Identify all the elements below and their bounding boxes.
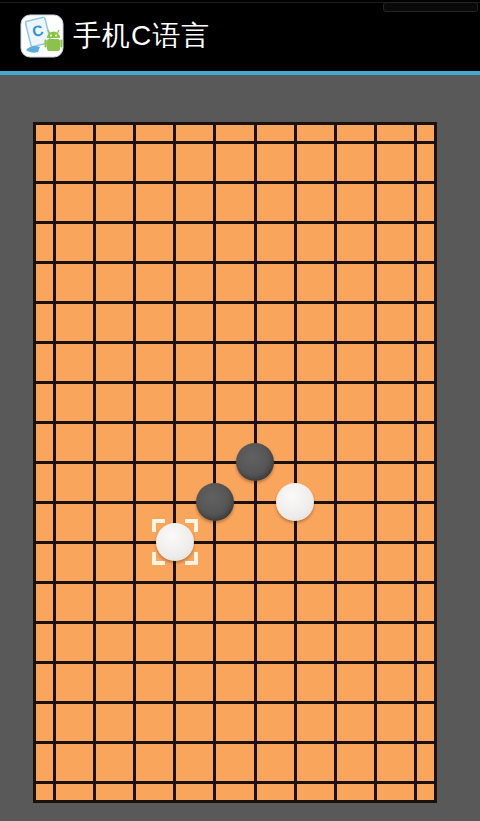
grid-line-horizontal bbox=[36, 141, 434, 144]
grid-line-horizontal bbox=[36, 781, 434, 784]
stone-white bbox=[276, 483, 314, 521]
app-icon: C bbox=[20, 14, 64, 58]
page-title: 手机C语言 bbox=[73, 0, 210, 71]
stone-white bbox=[156, 523, 194, 561]
status-bar-notch bbox=[383, 2, 478, 12]
grid-line-horizontal bbox=[36, 381, 434, 384]
grid-line-horizontal bbox=[36, 421, 434, 424]
gomoku-board[interactable] bbox=[33, 122, 437, 803]
grid-line-horizontal bbox=[36, 181, 434, 184]
grid-line-horizontal bbox=[36, 341, 434, 344]
grid-line-horizontal bbox=[36, 301, 434, 304]
title-bar-divider bbox=[0, 71, 480, 75]
grid-line-horizontal bbox=[36, 461, 434, 464]
grid-line-horizontal bbox=[36, 581, 434, 584]
title-bar: C 手机C语言 bbox=[0, 0, 480, 71]
grid-line-horizontal bbox=[36, 261, 434, 264]
grid-line-horizontal bbox=[36, 701, 434, 704]
grid-line-horizontal bbox=[36, 501, 434, 504]
stone-black bbox=[236, 443, 274, 481]
stone-black bbox=[196, 483, 234, 521]
grid-line-horizontal bbox=[36, 621, 434, 624]
grid-line-horizontal bbox=[36, 741, 434, 744]
screen: C 手机C语言 bbox=[0, 0, 480, 821]
grid-line-horizontal bbox=[36, 661, 434, 664]
grid-line-horizontal bbox=[36, 541, 434, 544]
grid-line-horizontal bbox=[36, 221, 434, 224]
